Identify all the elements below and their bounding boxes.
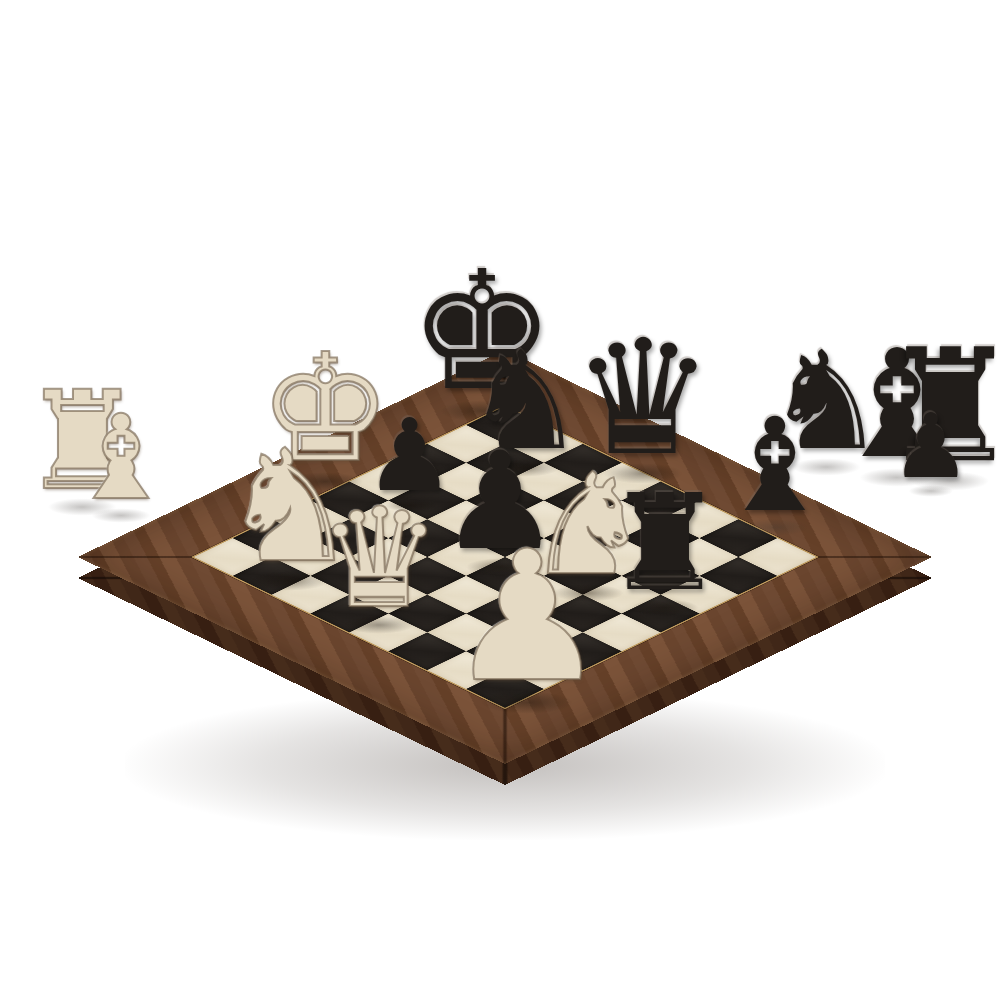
piece-shadow — [47, 498, 118, 516]
white-rook-glyph: ♜ — [0, 371, 192, 512]
black-rook-glyph: ♜ — [840, 325, 1000, 487]
chess-piece-black-knight: ♞ — [716, 331, 936, 472]
chess-piece-black-rook: ♜ — [840, 325, 1000, 487]
black-knight-glyph: ♞ — [716, 331, 936, 472]
piece-shadow — [908, 485, 954, 497]
piece-shadow — [909, 471, 990, 491]
piece-shadow — [858, 468, 935, 487]
product-photo-stage: ♚♛♞♜♟♟♚♞♛♞♟♜♝♝♞♝♟♜ — [0, 0, 1000, 1000]
piece-shadow — [791, 458, 862, 476]
chess-piece-white-rook: ♜ — [0, 371, 192, 512]
chess-piece-black-bishop: ♝ — [787, 328, 1000, 483]
piece-shadow — [91, 508, 152, 523]
black-bishop-glyph: ♝ — [787, 328, 1000, 483]
chess-piece-black-pawn: ♟ — [821, 400, 1000, 493]
black-pawn-glyph: ♟ — [821, 400, 1000, 493]
